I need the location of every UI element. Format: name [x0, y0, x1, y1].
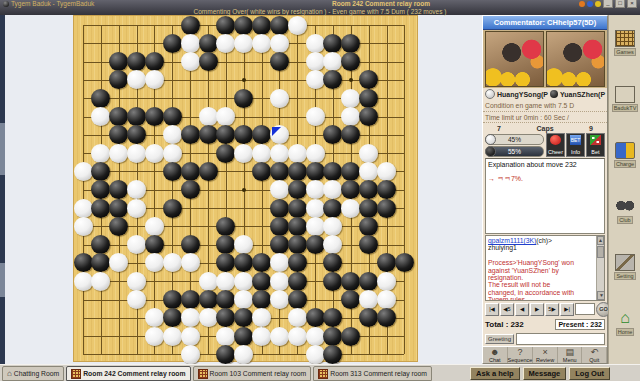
black-stone [199, 34, 218, 53]
white-support-bar: 45% [485, 134, 544, 145]
black-stone [181, 235, 200, 254]
back-button[interactable]: ◀ [515, 303, 529, 316]
white-stone [306, 217, 325, 236]
black-stone [288, 217, 307, 236]
white-stone [252, 34, 271, 53]
chat-line: qpalzm1111(3K)(ch)> [488, 237, 596, 244]
white-player-name: HuangYSong(P [497, 91, 548, 98]
white-stone [270, 272, 289, 291]
bottom-band: ⌂Chatting RoomRoom 242 Comment relay roo… [0, 364, 640, 381]
last-move-marker [272, 127, 281, 136]
board-icon [198, 369, 208, 379]
chat-scrollbar[interactable]: ▲ ▼ [596, 236, 604, 300]
black-stone [109, 52, 128, 71]
quit-icon: ↶ [590, 347, 598, 357]
black-stone [145, 235, 164, 254]
black-stone [109, 70, 128, 89]
white-stone [252, 327, 271, 346]
black-stone [288, 253, 307, 272]
black-stone [306, 308, 325, 327]
black-stone [216, 345, 235, 364]
chat-line: changed, in accordance with [488, 289, 596, 296]
white-stone [127, 144, 146, 163]
black-stone [359, 89, 378, 108]
black-stone [181, 290, 200, 309]
menu-button[interactable]: ▤Menu [558, 347, 583, 363]
black-stone [341, 272, 360, 291]
black-player-name: YuanSZhen(P [560, 91, 605, 98]
white-stone [91, 107, 110, 126]
white-stone [74, 272, 93, 291]
black-stone [234, 125, 253, 144]
window-title-area: Tygem Baduk - TygemBaduk [0, 0, 183, 7]
white-stone [306, 107, 325, 126]
explanation-body: → ㅋㅋ7%. [488, 174, 602, 184]
chat-line: zhuiying1 [488, 244, 596, 251]
cheer-button[interactable]: Cheer [546, 133, 565, 157]
setting-label: Setting [614, 272, 635, 280]
review-button[interactable]: ×Review [533, 347, 558, 363]
black-stone [252, 162, 271, 181]
games-icon [615, 30, 635, 47]
white-stone [181, 327, 200, 346]
white-stone [127, 235, 146, 254]
club-icon [615, 198, 635, 215]
first-move-button[interactable]: |◀ [485, 303, 499, 316]
white-stone [270, 327, 289, 346]
forward-5-button[interactable]: 5▶ [545, 303, 559, 316]
white-stone [323, 217, 342, 236]
black-stone [359, 308, 378, 327]
black-stone [323, 125, 342, 144]
black-knob [485, 146, 496, 157]
tab-label: Room 103 Comment relay room [210, 370, 307, 377]
white-stone [270, 34, 289, 53]
setting-icon [615, 254, 635, 271]
total-value: 232 [510, 320, 523, 329]
white-knob [485, 134, 496, 145]
black-stone [234, 89, 253, 108]
white-stone [216, 272, 235, 291]
time-limit-row: Time limit ur 0min : 60 Sec / [483, 112, 607, 124]
chat-button[interactable]: ☻Chat [483, 347, 508, 363]
status-dot-yellow[interactable] [595, 1, 601, 7]
white-stone [199, 272, 218, 291]
black-captures: 9 [589, 125, 593, 132]
scroll-down-icon[interactable]: ▼ [597, 291, 605, 300]
white-stone [323, 52, 342, 71]
black-stone [109, 125, 128, 144]
black-stone [323, 308, 342, 327]
black-support-bar: 55% [485, 146, 544, 157]
black-stone [341, 52, 360, 71]
black-stone [216, 144, 235, 163]
black-stone [341, 162, 360, 181]
black-stone [109, 217, 128, 236]
black-stone [163, 107, 182, 126]
cheer-label: Cheer [548, 149, 563, 155]
tygem-client-window: Tygem Baduk - TygemBaduk Room 242 Commen… [0, 0, 640, 381]
white-stone [145, 217, 164, 236]
white-stone [127, 70, 146, 89]
black-stone [199, 162, 218, 181]
black-stone [216, 217, 235, 236]
chat-box[interactable]: qpalzm1111(3K)(ch)>zhuiying1 Process>'Hu… [485, 235, 605, 301]
black-stone [163, 199, 182, 218]
bet-button[interactable]: Bet [586, 133, 605, 157]
white-stone [341, 107, 360, 126]
black-stone [323, 162, 342, 181]
white-stone [252, 144, 271, 163]
chat-icon: ☻ [490, 347, 499, 357]
info-icon: BET [570, 135, 581, 145]
white-stone [359, 162, 378, 181]
tab-room-103-comment-relay-room[interactable]: Room 103 Comment relay room [193, 366, 312, 381]
cheer-icon [550, 135, 561, 145]
sidebar-panel: Commentator: CHhelp57(5D) HuangYSong(P Y… [482, 15, 608, 364]
white-stone [288, 327, 307, 346]
black-stone [270, 199, 289, 218]
black-stone [91, 89, 110, 108]
tab-label: Chatting Room [14, 370, 59, 377]
scroll-thumb[interactable] [0, 123, 5, 175]
present-move-box: Present : 232 [555, 319, 605, 330]
status-dot-orange[interactable] [579, 1, 585, 7]
board-icon [318, 369, 328, 379]
white-stone [288, 308, 307, 327]
chat-suffix: (ch)> [536, 237, 552, 244]
white-stone [234, 345, 253, 364]
review-label: Review [536, 357, 554, 363]
black-stone [306, 235, 325, 254]
charge-icon [615, 142, 635, 159]
minimize-button[interactable]: _ [603, 0, 613, 8]
black-stone [127, 125, 146, 144]
quit-label: Quit [589, 357, 599, 363]
black-stone [127, 107, 146, 126]
white-stone [127, 180, 146, 199]
black-stone [288, 162, 307, 181]
black-stone [377, 253, 396, 272]
white-stone [163, 125, 182, 144]
captures-row: 7 Caps 9 [483, 123, 607, 133]
black-stone [163, 290, 182, 309]
quit-button[interactable]: ↶Quit [582, 347, 607, 363]
black-stone [288, 199, 307, 218]
black-stone [377, 199, 396, 218]
black-player-avatar [546, 31, 605, 87]
black-stone [270, 52, 289, 71]
menu-icon: ▤ [565, 347, 574, 357]
ask-a-help-button[interactable]: Ask a help [470, 367, 520, 380]
black-stone [109, 107, 128, 126]
tab-room-313-comment-relay-room[interactable]: Room 313 Comment relay room [313, 366, 432, 381]
present-value: 232 [590, 321, 602, 328]
white-stone [341, 89, 360, 108]
white-stone [216, 327, 235, 346]
black-stone [216, 235, 235, 254]
white-stone [127, 272, 146, 291]
game-status-line: Commenting Over( white wins by resignati… [194, 8, 447, 15]
chat-line: against 'YuanSZhen' by [488, 267, 596, 274]
tab-chatting-room[interactable]: ⌂Chatting Room [2, 366, 64, 381]
review-icon: × [542, 347, 547, 357]
sidebar-toolbar: ☻Chat?Sequence×Review▤Menu↶Quit [483, 346, 607, 363]
chat-line [488, 252, 596, 259]
white-stone [74, 162, 93, 181]
tab-room-242-comment-relay-room[interactable]: Room 242 Comment relay room [66, 366, 190, 381]
white-stone [163, 253, 182, 272]
black-stone-icon [550, 90, 558, 98]
white-stone [234, 144, 253, 163]
star-point [349, 78, 353, 82]
black-stone [91, 199, 110, 218]
app-icon [3, 1, 9, 7]
black-stone [395, 253, 414, 272]
white-stone [323, 235, 342, 254]
white-stone [145, 253, 164, 272]
move-number-input[interactable] [575, 303, 595, 315]
black-stone [252, 290, 271, 309]
black-stone [145, 52, 164, 71]
rail-item-home[interactable]: ⌂Home [609, 295, 640, 351]
rail-item-baduk-tv[interactable]: BadukTV [609, 71, 640, 127]
rail-item-club[interactable]: Club [609, 183, 640, 239]
black-stone [181, 125, 200, 144]
tab-label: Room 313 Comment relay room [330, 370, 427, 377]
black-stone [163, 34, 182, 53]
white-stone [145, 327, 164, 346]
chat-input[interactable] [516, 333, 605, 345]
explanation-box[interactable]: Explanation about move 232 → ㅋㅋ7%. [485, 158, 605, 234]
rail-item-setting[interactable]: Setting [609, 239, 640, 295]
tab-label: Room 242 Comment relay room [83, 370, 185, 377]
black-stone [359, 180, 378, 199]
black-stone [109, 180, 128, 199]
white-stone [359, 290, 378, 309]
black-stone [216, 125, 235, 144]
black-stone [359, 272, 378, 291]
black-stone [234, 327, 253, 346]
close-button[interactable]: × [627, 0, 637, 8]
black-stone [323, 345, 342, 364]
white-stone [91, 144, 110, 163]
black-stone [91, 162, 110, 181]
white-stone [234, 272, 253, 291]
black-stone [252, 125, 271, 144]
black-stone [199, 125, 218, 144]
condition-row: Condition en game with 7.5 D [483, 100, 607, 112]
white-stone [145, 308, 164, 327]
home-label: Home [616, 328, 635, 336]
black-stone [109, 199, 128, 218]
scroll-thumb[interactable] [0, 263, 5, 297]
white-stone [199, 308, 218, 327]
back-5-button[interactable]: ◀5 [500, 303, 514, 316]
white-stone [163, 144, 182, 163]
chat-line: Process>'HuangYSong' won [488, 259, 596, 266]
black-stone [323, 70, 342, 89]
black-stone [270, 162, 289, 181]
white-stone [181, 34, 200, 53]
white-stone [216, 107, 235, 126]
black-stone [359, 235, 378, 254]
captures-label: Caps [536, 125, 553, 132]
black-stone [127, 52, 146, 71]
scroll-up-icon[interactable]: ▲ [597, 236, 604, 245]
white-stone [306, 52, 325, 71]
white-stone [145, 70, 164, 89]
white-stone [270, 125, 289, 144]
black-stone [91, 235, 110, 254]
black-stone [288, 290, 307, 309]
black-stone [252, 253, 271, 272]
black-stone [199, 52, 218, 71]
grid-line-h [83, 226, 404, 227]
white-stone [306, 34, 325, 53]
present-label: Present : [558, 321, 588, 328]
white-stone [109, 144, 128, 163]
white-stone [270, 89, 289, 108]
move-navigation: |◀◀5◀▶5▶▶| GO [483, 301, 607, 317]
white-stone [234, 235, 253, 254]
black-stone [306, 162, 325, 181]
black-stone [359, 107, 378, 126]
black-stone [145, 107, 164, 126]
left-scroll-strip[interactable] [0, 15, 5, 364]
white-stone [127, 199, 146, 218]
star-point [242, 78, 246, 82]
info-button[interactable]: BETInfo [566, 133, 585, 157]
sequence-button[interactable]: ?Sequence [508, 347, 534, 363]
sequence-icon: ? [517, 347, 522, 357]
chat-scroll-thumb[interactable] [597, 246, 604, 258]
black-stone [216, 308, 235, 327]
black-stone [181, 162, 200, 181]
white-stone [216, 34, 235, 53]
black-stone [270, 16, 289, 35]
white-stone [270, 253, 289, 272]
footer-buttons: Ask a helpMessageLog Out [470, 367, 610, 380]
black-stone [323, 34, 342, 53]
black-stone [288, 272, 307, 291]
black-stone [323, 199, 342, 218]
message-button[interactable]: Message [523, 367, 567, 380]
white-stone [306, 327, 325, 346]
black-stone [91, 180, 110, 199]
white-stone [181, 345, 200, 364]
black-stone [216, 253, 235, 272]
black-stone [74, 253, 93, 272]
window-title: Tygem Baduk - TygemBaduk [11, 0, 94, 7]
white-stone [306, 180, 325, 199]
chat-username-link[interactable]: qpalzm1111(3K) [488, 237, 536, 244]
white-stone [181, 308, 200, 327]
baduk-tv-label: BadukTV [612, 104, 639, 112]
action-buttons: CheerBETInfoBet [546, 133, 605, 157]
log-out-button[interactable]: Log Out [569, 367, 610, 380]
black-support-pct: 55% [508, 148, 521, 155]
grid-line-v [404, 25, 405, 354]
menu-label: Menu [563, 357, 577, 363]
black-stone [163, 162, 182, 181]
info-label: Info [571, 149, 580, 155]
white-stone [306, 199, 325, 218]
greeting-button[interactable]: Greeting [485, 334, 514, 344]
black-stone [323, 272, 342, 291]
white-stone [377, 272, 396, 291]
black-stone [252, 272, 271, 291]
maximize-button[interactable]: □ [615, 0, 625, 8]
forward-button[interactable]: ▶ [530, 303, 544, 316]
black-stone [341, 327, 360, 346]
white-stone [234, 290, 253, 309]
rail-item-charge[interactable]: Charge [609, 127, 640, 183]
last-move-button[interactable]: ▶| [560, 303, 574, 316]
black-stone [199, 290, 218, 309]
white-stone [74, 199, 93, 218]
black-stone [216, 290, 235, 309]
go-board[interactable] [73, 15, 418, 362]
white-stone [288, 144, 307, 163]
bet-label: Bet [591, 149, 599, 155]
home-icon: ⌂ [615, 310, 635, 327]
black-stone [234, 16, 253, 35]
white-stone [377, 290, 396, 309]
black-stone [216, 16, 235, 35]
white-stone [252, 308, 271, 327]
black-stone [323, 253, 342, 272]
black-stone [234, 308, 253, 327]
titlebar: Tygem Baduk - TygemBaduk Room 242 Commen… [0, 0, 640, 15]
black-stone [252, 16, 271, 35]
rail-item-games[interactable]: Games [609, 15, 640, 71]
baduk-tv-icon [615, 86, 635, 103]
white-stone [163, 327, 182, 346]
black-stone [91, 253, 110, 272]
commentator-header: Commentator: CHhelp57(5D) [483, 16, 607, 30]
black-stone [234, 253, 253, 272]
chat-line: The result will not be [488, 281, 596, 288]
white-stone-icon [485, 89, 495, 99]
black-stone [341, 34, 360, 53]
black-stone [323, 327, 342, 346]
white-stone [270, 180, 289, 199]
white-stone [377, 162, 396, 181]
black-stone [288, 180, 307, 199]
status-dot-blue[interactable] [587, 1, 593, 7]
white-stone [234, 34, 253, 53]
room-tabs: ⌂Chatting RoomRoom 242 Comment relay roo… [2, 366, 432, 381]
black-stone [341, 125, 360, 144]
white-stone [306, 70, 325, 89]
black-stone [341, 290, 360, 309]
white-stone [270, 290, 289, 309]
board-icon [71, 369, 81, 379]
star-point [242, 188, 246, 192]
white-captures: 7 [497, 125, 501, 132]
white-stone [145, 144, 164, 163]
black-stone [359, 217, 378, 236]
white-stone [74, 217, 93, 236]
white-stone [270, 144, 289, 163]
white-stone [109, 253, 128, 272]
black-stone [377, 180, 396, 199]
white-stone [341, 199, 360, 218]
black-stone [181, 16, 200, 35]
move-totals: Total : 232 Present : 232 [483, 317, 607, 331]
white-player-avatar [485, 31, 544, 87]
